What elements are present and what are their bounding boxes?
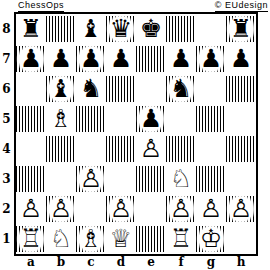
chessops-window: ChessOps © EUdesign 87654321 ♜♝♛♚♜♟♟♟♟♟♟…: [0, 0, 270, 270]
rank-label-8: 8: [0, 14, 13, 44]
file-label-h: h: [226, 255, 256, 269]
rank-label-5: 5: [0, 104, 13, 134]
square-h6[interactable]: [226, 74, 256, 104]
square-f5[interactable]: [166, 104, 196, 134]
square-a2[interactable]: ♙: [16, 194, 46, 224]
square-h3[interactable]: [226, 164, 256, 194]
square-b2[interactable]: ♙: [46, 194, 76, 224]
file-label-a: a: [16, 255, 46, 269]
piece-black-rook[interactable]: ♜: [16, 14, 46, 44]
rank-label-4: 4: [0, 134, 13, 164]
rank-label-2: 2: [0, 194, 13, 224]
square-c6[interactable]: ♞: [76, 74, 106, 104]
square-e4[interactable]: ♙: [136, 134, 166, 164]
square-d2[interactable]: ♙: [106, 194, 136, 224]
square-a1[interactable]: ♖: [16, 224, 46, 254]
square-c2[interactable]: [76, 194, 106, 224]
square-b1[interactable]: ♘: [46, 224, 76, 254]
piece-black-pawn[interactable]: ♟: [76, 44, 106, 74]
square-d6[interactable]: [106, 74, 136, 104]
square-a7[interactable]: ♟: [16, 44, 46, 74]
square-g5[interactable]: [196, 104, 226, 134]
rank-label-1: 1: [0, 224, 13, 254]
rank-labels: 87654321: [0, 14, 13, 254]
square-f4[interactable]: [166, 134, 196, 164]
square-a4[interactable]: [16, 134, 46, 164]
file-label-g: g: [196, 255, 226, 269]
piece-black-pawn[interactable]: ♟: [166, 44, 196, 74]
square-g2[interactable]: ♙: [196, 194, 226, 224]
piece-black-rook[interactable]: ♜: [226, 14, 256, 44]
square-h8[interactable]: ♜: [226, 14, 256, 44]
square-f2[interactable]: ♙: [166, 194, 196, 224]
square-h4[interactable]: [226, 134, 256, 164]
piece-white-pawn[interactable]: ♙: [46, 194, 76, 224]
square-d8[interactable]: ♛: [106, 14, 136, 44]
piece-black-pawn[interactable]: ♟: [16, 44, 46, 74]
square-f7[interactable]: ♟: [166, 44, 196, 74]
piece-black-bishop[interactable]: ♝: [76, 14, 106, 44]
square-c8[interactable]: ♝: [76, 14, 106, 44]
square-c4[interactable]: [76, 134, 106, 164]
square-h1[interactable]: [226, 224, 256, 254]
square-g6[interactable]: [196, 74, 226, 104]
piece-white-pawn[interactable]: ♙: [76, 164, 106, 194]
square-b8[interactable]: [46, 14, 76, 44]
file-label-b: b: [46, 255, 76, 269]
square-c1[interactable]: ♗: [76, 224, 106, 254]
square-b6[interactable]: ♝: [46, 74, 76, 104]
square-d1[interactable]: ♕: [106, 224, 136, 254]
square-h2[interactable]: ♙: [226, 194, 256, 224]
square-a3[interactable]: [16, 164, 46, 194]
copyright-label: © EUdesign: [215, 0, 268, 12]
piece-black-king[interactable]: ♚: [136, 14, 166, 44]
square-c7[interactable]: ♟: [76, 44, 106, 74]
square-d5[interactable]: [106, 104, 136, 134]
square-g8[interactable]: [196, 14, 226, 44]
file-label-e: e: [136, 255, 166, 269]
rank-label-7: 7: [0, 44, 13, 74]
square-d7[interactable]: ♟: [106, 44, 136, 74]
square-c3[interactable]: ♙: [76, 164, 106, 194]
file-label-d: d: [106, 255, 136, 269]
piece-black-pawn[interactable]: ♟: [136, 104, 166, 134]
piece-black-bishop[interactable]: ♝: [46, 74, 76, 104]
square-a6[interactable]: [16, 74, 46, 104]
square-g1[interactable]: ♔: [196, 224, 226, 254]
piece-black-pawn[interactable]: ♟: [106, 44, 136, 74]
piece-black-knight[interactable]: ♞: [76, 74, 106, 104]
piece-white-pawn[interactable]: ♙: [136, 134, 166, 164]
piece-white-pawn[interactable]: ♙: [196, 194, 226, 224]
square-h5[interactable]: [226, 104, 256, 134]
piece-white-rook[interactable]: ♖: [16, 224, 46, 254]
piece-white-queen[interactable]: ♕: [106, 224, 136, 254]
square-b7[interactable]: ♟: [46, 44, 76, 74]
square-e2[interactable]: [136, 194, 166, 224]
square-e1[interactable]: [136, 224, 166, 254]
square-d3[interactable]: [106, 164, 136, 194]
piece-black-pawn[interactable]: ♟: [226, 44, 256, 74]
square-c5[interactable]: [76, 104, 106, 134]
square-f6[interactable]: ♞: [166, 74, 196, 104]
piece-black-queen[interactable]: ♛: [106, 14, 136, 44]
file-label-f: f: [166, 255, 196, 269]
square-b4[interactable]: [46, 134, 76, 164]
square-g7[interactable]: ♟: [196, 44, 226, 74]
square-e6[interactable]: [136, 74, 166, 104]
square-e5[interactable]: ♟: [136, 104, 166, 134]
piece-white-bishop[interactable]: ♗: [46, 104, 76, 134]
square-d4[interactable]: [106, 134, 136, 164]
square-f1[interactable]: ♖: [166, 224, 196, 254]
square-e7[interactable]: [136, 44, 166, 74]
file-label-c: c: [76, 255, 106, 269]
square-g3[interactable]: [196, 164, 226, 194]
piece-white-rook[interactable]: ♖: [166, 224, 196, 254]
square-g4[interactable]: [196, 134, 226, 164]
square-f8[interactable]: [166, 14, 196, 44]
piece-black-pawn[interactable]: ♟: [196, 44, 226, 74]
square-b3[interactable]: [46, 164, 76, 194]
piece-white-bishop[interactable]: ♗: [76, 224, 106, 254]
piece-white-knight[interactable]: ♘: [166, 164, 196, 194]
piece-white-knight[interactable]: ♘: [46, 224, 76, 254]
piece-white-pawn[interactable]: ♙: [16, 194, 46, 224]
rank-label-3: 3: [0, 164, 13, 194]
square-h7[interactable]: ♟: [226, 44, 256, 74]
piece-white-pawn[interactable]: ♙: [106, 194, 136, 224]
square-f3[interactable]: ♘: [166, 164, 196, 194]
piece-white-pawn[interactable]: ♙: [226, 194, 256, 224]
piece-black-knight[interactable]: ♞: [166, 74, 196, 104]
rank-label-6: 6: [0, 74, 13, 104]
square-e8[interactable]: ♚: [136, 14, 166, 44]
app-title: ChessOps: [18, 0, 64, 12]
piece-white-king[interactable]: ♔: [196, 224, 226, 254]
file-labels: abcdefgh: [16, 255, 256, 269]
square-a5[interactable]: [16, 104, 46, 134]
square-a8[interactable]: ♜: [16, 14, 46, 44]
square-e3[interactable]: [136, 164, 166, 194]
piece-white-pawn[interactable]: ♙: [166, 194, 196, 224]
square-b5[interactable]: ♗: [46, 104, 76, 134]
piece-black-pawn[interactable]: ♟: [46, 44, 76, 74]
chess-board: ♜♝♛♚♜♟♟♟♟♟♟♟♝♞♞♗♟♙♙♘♙♙♙♙♙♙♖♘♗♕♖♔: [14, 12, 258, 256]
